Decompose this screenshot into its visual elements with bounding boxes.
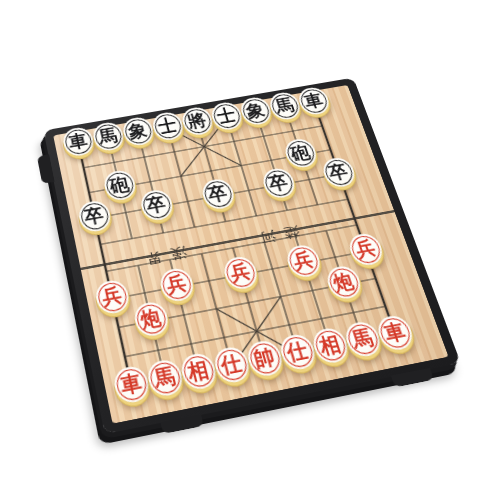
- piece-label: 帥: [251, 345, 276, 370]
- piece-red-advisor[interactable]: 仕: [276, 332, 318, 372]
- product-photo-scene: 漢界 楚河 車馬象士將士象馬車砲砲卒卒卒卒卒兵兵兵兵兵炮炮車馬相仕帥仕相馬車: [0, 0, 480, 480]
- xiangqi-board: 漢界 楚河 車馬象士將士象馬車砲砲卒卒卒卒卒兵兵兵兵兵炮炮車馬相仕帥仕相馬車: [43, 78, 460, 434]
- piece-label: 兵: [291, 249, 316, 271]
- piece-label: 士: [215, 106, 237, 125]
- piece-label: 砲: [108, 174, 130, 195]
- piece-label: 士: [156, 116, 178, 135]
- point-g1: 相: [310, 330, 352, 366]
- piece-red-general[interactable]: 帥: [244, 338, 286, 378]
- piece-red-soldier[interactable]: 兵: [283, 243, 323, 279]
- point-b3: 炮: [132, 304, 171, 339]
- piece-label: 相: [317, 333, 343, 357]
- piece-label: 車: [118, 371, 143, 396]
- piece-label: 車: [67, 131, 89, 151]
- piece-red-elephant[interactable]: 相: [309, 326, 351, 366]
- point-c3: [164, 298, 204, 333]
- piece-red-soldier[interactable]: 兵: [220, 254, 260, 291]
- point-a4: 兵: [93, 282, 132, 316]
- point-c2: [171, 326, 211, 362]
- piece-label: 炮: [139, 306, 163, 330]
- point-f3: [261, 280, 301, 314]
- piece-label: 象: [244, 101, 266, 120]
- piece-label: 卒: [145, 194, 168, 215]
- piece-red-elephant[interactable]: 相: [178, 351, 219, 392]
- piece-label: 兵: [164, 273, 188, 296]
- piece-red-horse[interactable]: 馬: [144, 357, 185, 398]
- point-b5: [119, 249, 157, 282]
- point-f2: [269, 308, 310, 343]
- point-e4: 兵: [221, 258, 261, 291]
- piece-label: 兵: [100, 285, 124, 308]
- point-f1: 仕: [277, 336, 319, 372]
- piece-label: 仕: [284, 339, 310, 363]
- piece-label: 將: [186, 111, 208, 130]
- piece-label: 卒: [206, 183, 229, 204]
- piece-label: 車: [302, 91, 325, 110]
- piece-label: 兵: [228, 261, 252, 284]
- piece-label: 卒: [83, 205, 105, 226]
- point-f4: [253, 253, 293, 286]
- piece-label: 卒: [266, 172, 289, 193]
- piece-label: 砲: [288, 142, 311, 162]
- piece-label: 馬: [97, 126, 119, 146]
- point-b4: [125, 276, 164, 310]
- point-b2: [138, 332, 178, 368]
- piece-red-soldier[interactable]: 兵: [93, 278, 131, 316]
- point-g2: [301, 301, 342, 336]
- point-h4: [315, 241, 355, 274]
- point-e3: [229, 286, 269, 320]
- piece-label: 馬: [152, 364, 177, 389]
- point-c1: 相: [178, 355, 219, 392]
- piece-red-horse[interactable]: 馬: [341, 319, 383, 358]
- piece-label: 仕: [219, 352, 244, 377]
- point-a1: 車: [111, 368, 151, 405]
- piece-label: 卒: [326, 161, 350, 181]
- point-e1: 帥: [244, 343, 285, 379]
- point-g3: [292, 274, 333, 308]
- piece-red-advisor[interactable]: 仕: [211, 344, 252, 384]
- piece-label: 兵: [353, 238, 378, 260]
- piece-red-soldier[interactable]: 兵: [157, 266, 196, 303]
- point-e2: [236, 314, 277, 349]
- piece-label: 車: [381, 320, 407, 344]
- point-c4: 兵: [157, 270, 196, 304]
- piece-label: 相: [185, 358, 210, 383]
- point-b1: 馬: [145, 362, 186, 399]
- point-g4: 兵: [284, 247, 324, 280]
- point-c5: [151, 243, 189, 276]
- piece-label: 象: [127, 121, 149, 141]
- piece-label: 馬: [273, 96, 296, 115]
- point-a2: [105, 339, 145, 375]
- point-d2: [204, 320, 245, 355]
